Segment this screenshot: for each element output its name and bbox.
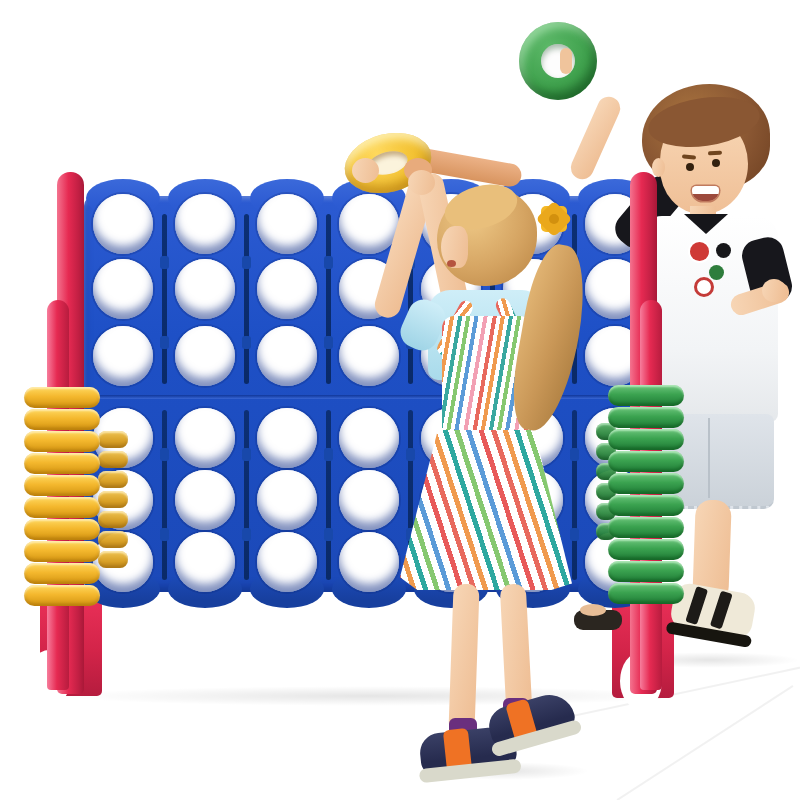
- girl-left-leg: [448, 584, 479, 735]
- girl-smile: [447, 260, 456, 267]
- girl-figure: [0, 0, 800, 800]
- girl-hand: [408, 170, 435, 195]
- girl-right-leg: [500, 583, 533, 712]
- boy-fingertips: [560, 48, 572, 74]
- girl-yellow-hair-bow: [541, 206, 567, 232]
- product-photo-scene: [0, 0, 800, 800]
- girl-dress-skirt: [400, 430, 572, 590]
- green-ring-held[interactable]: [519, 22, 597, 100]
- girl-hand: [352, 158, 379, 183]
